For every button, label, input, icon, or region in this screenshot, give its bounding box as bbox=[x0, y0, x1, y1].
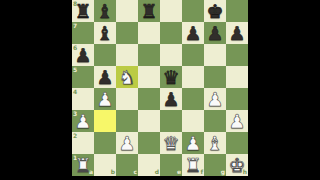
rank-label-6: 6 bbox=[73, 45, 77, 51]
square-f2[interactable]: ♟ bbox=[182, 132, 204, 154]
square-c1[interactable]: c bbox=[116, 154, 138, 176]
chess-board: 8♜♝♜♚7♝♟♟♟6♟5♟♞♛4♟♟♟3♟♟2♟♛♟♝1a♜bcdef♜gh♚ bbox=[72, 0, 248, 176]
black-king-g8[interactable]: ♚ bbox=[204, 0, 226, 22]
square-b5[interactable]: ♟ bbox=[94, 66, 116, 88]
square-e2[interactable]: ♛ bbox=[160, 132, 182, 154]
square-e8[interactable] bbox=[160, 0, 182, 22]
square-c6[interactable] bbox=[116, 44, 138, 66]
square-f4[interactable] bbox=[182, 88, 204, 110]
square-a3[interactable]: 3♟ bbox=[72, 110, 94, 132]
square-c7[interactable] bbox=[116, 22, 138, 44]
square-h3[interactable]: ♟ bbox=[226, 110, 248, 132]
square-h8[interactable] bbox=[226, 0, 248, 22]
square-f7[interactable]: ♟ bbox=[182, 22, 204, 44]
square-e7[interactable] bbox=[160, 22, 182, 44]
square-e1[interactable]: e bbox=[160, 154, 182, 176]
square-b8[interactable]: ♝ bbox=[94, 0, 116, 22]
square-e4[interactable]: ♟ bbox=[160, 88, 182, 110]
white-king-h1[interactable]: ♚ bbox=[226, 154, 248, 176]
square-d2[interactable] bbox=[138, 132, 160, 154]
square-a4[interactable]: 4 bbox=[72, 88, 94, 110]
square-h6[interactable] bbox=[226, 44, 248, 66]
square-f5[interactable] bbox=[182, 66, 204, 88]
white-pawn-g4[interactable]: ♟ bbox=[204, 88, 226, 110]
square-g3[interactable] bbox=[204, 110, 226, 132]
square-h7[interactable]: ♟ bbox=[226, 22, 248, 44]
file-label-b: b bbox=[111, 169, 115, 175]
square-h4[interactable] bbox=[226, 88, 248, 110]
square-h1[interactable]: h♚ bbox=[226, 154, 248, 176]
square-d7[interactable] bbox=[138, 22, 160, 44]
white-pawn-a3[interactable]: ♟ bbox=[72, 110, 94, 132]
square-g8[interactable]: ♚ bbox=[204, 0, 226, 22]
square-b3[interactable] bbox=[94, 110, 116, 132]
rank-label-1: 1 bbox=[73, 155, 77, 161]
square-e3[interactable] bbox=[160, 110, 182, 132]
square-f6[interactable] bbox=[182, 44, 204, 66]
black-queen-e5[interactable]: ♛ bbox=[160, 66, 182, 88]
square-e6[interactable] bbox=[160, 44, 182, 66]
square-c3[interactable] bbox=[116, 110, 138, 132]
black-pawn-f7[interactable]: ♟ bbox=[182, 22, 204, 44]
square-a1[interactable]: 1a♜ bbox=[72, 154, 94, 176]
square-c2[interactable]: ♟ bbox=[116, 132, 138, 154]
square-g7[interactable]: ♟ bbox=[204, 22, 226, 44]
white-pawn-f2[interactable]: ♟ bbox=[182, 132, 204, 154]
square-g6[interactable] bbox=[204, 44, 226, 66]
white-bishop-g2[interactable]: ♝ bbox=[204, 132, 226, 154]
square-b4[interactable]: ♟ bbox=[94, 88, 116, 110]
black-pawn-a6[interactable]: ♟ bbox=[72, 44, 94, 66]
square-d1[interactable]: d bbox=[138, 154, 160, 176]
square-a6[interactable]: 6♟ bbox=[72, 44, 94, 66]
chess-app-screenshot: { "game": "chess", "position": { "fen": … bbox=[0, 0, 320, 180]
file-label-g: g bbox=[221, 169, 225, 175]
square-b1[interactable]: b bbox=[94, 154, 116, 176]
file-label-e: e bbox=[177, 169, 181, 175]
square-h5[interactable] bbox=[226, 66, 248, 88]
file-label-c: c bbox=[133, 169, 137, 175]
white-rook-f1[interactable]: ♜ bbox=[182, 154, 204, 176]
file-label-f: f bbox=[200, 169, 203, 175]
square-d3[interactable] bbox=[138, 110, 160, 132]
square-g5[interactable] bbox=[204, 66, 226, 88]
black-pawn-h7[interactable]: ♟ bbox=[226, 22, 248, 44]
black-bishop-b8[interactable]: ♝ bbox=[94, 0, 116, 22]
square-f3[interactable] bbox=[182, 110, 204, 132]
rank-label-3: 3 bbox=[73, 111, 77, 117]
rank-label-7: 7 bbox=[73, 23, 77, 29]
square-h2[interactable] bbox=[226, 132, 248, 154]
square-f8[interactable] bbox=[182, 0, 204, 22]
square-d6[interactable] bbox=[138, 44, 160, 66]
rank-label-8: 8 bbox=[73, 1, 77, 7]
square-g4[interactable]: ♟ bbox=[204, 88, 226, 110]
square-b7[interactable]: ♝ bbox=[94, 22, 116, 44]
square-f1[interactable]: f♜ bbox=[182, 154, 204, 176]
square-a2[interactable]: 2 bbox=[72, 132, 94, 154]
square-g1[interactable]: g bbox=[204, 154, 226, 176]
black-rook-a8[interactable]: ♜ bbox=[72, 0, 94, 22]
file-label-a: a bbox=[89, 169, 93, 175]
white-queen-e2[interactable]: ♛ bbox=[160, 132, 182, 154]
rank-label-5: 5 bbox=[73, 67, 77, 73]
file-label-d: d bbox=[155, 169, 159, 175]
square-a7[interactable]: 7 bbox=[72, 22, 94, 44]
white-knight-c5[interactable]: ♞ bbox=[116, 66, 138, 88]
square-g2[interactable]: ♝ bbox=[204, 132, 226, 154]
white-rook-a1[interactable]: ♜ bbox=[72, 154, 94, 176]
square-c8[interactable] bbox=[116, 0, 138, 22]
square-d4[interactable] bbox=[138, 88, 160, 110]
file-label-h: h bbox=[243, 169, 247, 175]
square-c5[interactable]: ♞ bbox=[116, 66, 138, 88]
square-b6[interactable] bbox=[94, 44, 116, 66]
black-bishop-b7[interactable]: ♝ bbox=[94, 22, 116, 44]
black-rook-d8[interactable]: ♜ bbox=[138, 0, 160, 22]
rank-label-2: 2 bbox=[73, 133, 77, 139]
square-c4[interactable] bbox=[116, 88, 138, 110]
white-pawn-h3[interactable]: ♟ bbox=[226, 110, 248, 132]
square-a8[interactable]: 8♜ bbox=[72, 0, 94, 22]
black-pawn-b5[interactable]: ♟ bbox=[94, 66, 116, 88]
black-pawn-e4[interactable]: ♟ bbox=[160, 88, 182, 110]
square-a5[interactable]: 5 bbox=[72, 66, 94, 88]
rank-label-4: 4 bbox=[73, 89, 77, 95]
square-d5[interactable] bbox=[138, 66, 160, 88]
black-pawn-g7[interactable]: ♟ bbox=[204, 22, 226, 44]
square-b2[interactable] bbox=[94, 132, 116, 154]
square-e5[interactable]: ♛ bbox=[160, 66, 182, 88]
white-pawn-c2[interactable]: ♟ bbox=[116, 132, 138, 154]
square-d8[interactable]: ♜ bbox=[138, 0, 160, 22]
white-pawn-b4[interactable]: ♟ bbox=[94, 88, 116, 110]
